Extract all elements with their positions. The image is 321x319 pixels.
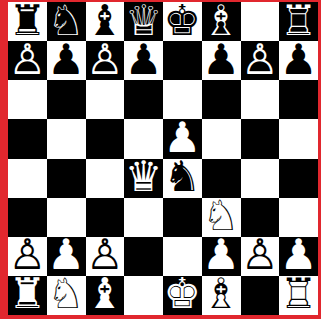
square-c3[interactable] [86, 198, 125, 237]
square-g7[interactable]: ♙ [241, 41, 280, 80]
square-c6[interactable] [86, 80, 125, 119]
square-c8[interactable]: ♝ [86, 2, 125, 41]
square-c2[interactable]: ♙ [86, 237, 125, 276]
square-e7[interactable] [163, 41, 202, 80]
square-h2[interactable]: ♟ [279, 237, 318, 276]
square-e1[interactable]: ♚ [163, 276, 202, 315]
square-c4[interactable] [86, 159, 125, 198]
square-e8[interactable]: ♚ [163, 2, 202, 41]
piece-white-pawn: ♟ [280, 237, 318, 276]
square-g2[interactable]: ♙ [241, 237, 280, 276]
piece-white-knight: ♘ [47, 276, 85, 315]
square-d2[interactable] [124, 237, 163, 276]
square-g3[interactable] [241, 198, 280, 237]
square-d5[interactable] [124, 119, 163, 158]
square-f3[interactable]: ♘ [202, 198, 241, 237]
square-a3[interactable] [8, 198, 47, 237]
square-a5[interactable] [8, 119, 47, 158]
square-f4[interactable] [202, 159, 241, 198]
square-b8[interactable]: ♘ [47, 2, 86, 41]
piece-white-bishop: ♝ [86, 276, 124, 315]
square-c7[interactable]: ♙ [86, 41, 125, 80]
square-e3[interactable] [163, 198, 202, 237]
piece-white-rook: ♖ [280, 276, 318, 315]
square-d8[interactable]: ♕ [124, 2, 163, 41]
square-g8[interactable] [241, 2, 280, 41]
piece-black-knight: ♘ [47, 2, 85, 41]
square-a8[interactable]: ♜ [8, 2, 47, 41]
square-b2[interactable]: ♟ [47, 237, 86, 276]
square-c5[interactable] [86, 119, 125, 158]
square-h3[interactable] [279, 198, 318, 237]
piece-black-knight: ♞ [164, 159, 202, 198]
square-c1[interactable]: ♝ [86, 276, 125, 315]
square-f8[interactable]: ♗ [202, 2, 241, 41]
chessboard: ♜♘♝♕♚♗♖♙♟♙♟♟♙♟♟♛♞♘♙♟♙♟♙♟♜♘♝♚♗♖ [8, 2, 318, 315]
piece-white-rook: ♜ [9, 276, 47, 315]
piece-black-pawn: ♟ [280, 41, 318, 80]
square-h7[interactable]: ♟ [279, 41, 318, 80]
square-b1[interactable]: ♘ [47, 276, 86, 315]
piece-white-pawn: ♟ [202, 237, 240, 276]
square-a2[interactable]: ♙ [8, 237, 47, 276]
square-h5[interactable] [279, 119, 318, 158]
piece-black-bishop: ♗ [202, 2, 240, 41]
piece-black-queen: ♕ [125, 2, 163, 41]
square-e5[interactable]: ♟ [163, 119, 202, 158]
square-f5[interactable] [202, 119, 241, 158]
piece-black-rook: ♜ [9, 2, 47, 41]
square-f7[interactable]: ♟ [202, 41, 241, 80]
piece-black-pawn: ♟ [125, 41, 163, 80]
piece-black-king: ♚ [164, 2, 202, 41]
piece-black-pawn: ♙ [86, 41, 124, 80]
piece-black-pawn: ♟ [202, 41, 240, 80]
piece-white-pawn: ♟ [164, 119, 202, 158]
piece-black-pawn: ♙ [9, 41, 47, 80]
square-b3[interactable] [47, 198, 86, 237]
board-frame: ♜♘♝♕♚♗♖♙♟♙♟♟♙♟♟♛♞♘♙♟♙♟♙♟♜♘♝♚♗♖ [0, 0, 321, 319]
square-g5[interactable] [241, 119, 280, 158]
square-g1[interactable] [241, 276, 280, 315]
square-b4[interactable] [47, 159, 86, 198]
square-a1[interactable]: ♜ [8, 276, 47, 315]
square-a4[interactable] [8, 159, 47, 198]
piece-white-pawn: ♙ [86, 237, 124, 276]
square-e2[interactable] [163, 237, 202, 276]
square-b7[interactable]: ♟ [47, 41, 86, 80]
piece-white-queen: ♛ [125, 159, 163, 198]
square-b6[interactable] [47, 80, 86, 119]
square-e6[interactable] [163, 80, 202, 119]
square-d3[interactable] [124, 198, 163, 237]
square-h6[interactable] [279, 80, 318, 119]
piece-white-pawn: ♙ [241, 237, 279, 276]
piece-black-bishop: ♝ [86, 2, 124, 41]
piece-white-bishop: ♗ [202, 276, 240, 315]
square-f1[interactable]: ♗ [202, 276, 241, 315]
piece-black-rook: ♖ [280, 2, 318, 41]
square-g6[interactable] [241, 80, 280, 119]
square-h8[interactable]: ♖ [279, 2, 318, 41]
square-h1[interactable]: ♖ [279, 276, 318, 315]
square-f2[interactable]: ♟ [202, 237, 241, 276]
piece-black-pawn: ♙ [241, 41, 279, 80]
square-e4[interactable]: ♞ [163, 159, 202, 198]
square-h4[interactable] [279, 159, 318, 198]
piece-black-pawn: ♟ [47, 41, 85, 80]
square-d1[interactable] [124, 276, 163, 315]
square-a6[interactable] [8, 80, 47, 119]
piece-white-king: ♚ [164, 276, 202, 315]
piece-white-pawn: ♙ [9, 237, 47, 276]
piece-white-knight: ♘ [202, 198, 240, 237]
square-d6[interactable] [124, 80, 163, 119]
square-b5[interactable] [47, 119, 86, 158]
piece-white-pawn: ♟ [47, 237, 85, 276]
square-d4[interactable]: ♛ [124, 159, 163, 198]
square-g4[interactable] [241, 159, 280, 198]
square-a7[interactable]: ♙ [8, 41, 47, 80]
square-f6[interactable] [202, 80, 241, 119]
square-d7[interactable]: ♟ [124, 41, 163, 80]
